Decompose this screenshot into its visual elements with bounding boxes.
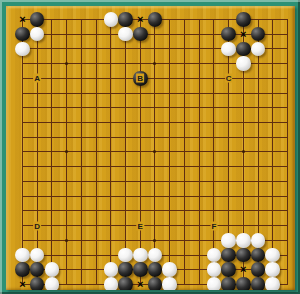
point-label-D: D <box>33 221 41 230</box>
x-mark: × <box>15 12 30 27</box>
black-stone <box>236 248 251 263</box>
black-stone <box>236 42 251 57</box>
black-stone <box>148 262 163 277</box>
white-stone <box>236 56 251 71</box>
black-stone <box>221 277 236 290</box>
white-stone <box>265 262 280 277</box>
black-stone <box>133 27 148 42</box>
white-stone <box>265 248 280 263</box>
white-stone <box>133 248 148 263</box>
x-mark: × <box>133 12 148 27</box>
x-mark: × <box>15 277 30 290</box>
black-stone <box>148 12 163 27</box>
x-mark: × <box>236 27 251 42</box>
white-stone <box>104 262 119 277</box>
white-stone <box>15 42 30 57</box>
black-stone <box>133 262 148 277</box>
black-stone <box>221 262 236 277</box>
white-stone <box>118 27 133 42</box>
black-stone <box>236 277 251 290</box>
go-app-window: { "game": "Go", "board": { "size": 19, "… <box>0 0 300 294</box>
white-stone <box>251 233 266 248</box>
black-stone <box>30 277 45 290</box>
hoshi-point <box>65 239 68 242</box>
x-mark: × <box>236 262 251 277</box>
black-stone <box>15 27 30 42</box>
white-stone <box>221 42 236 57</box>
white-stone <box>45 277 60 290</box>
black-stone <box>236 12 251 27</box>
white-stone <box>207 262 222 277</box>
x-mark: × <box>133 277 148 290</box>
white-stone <box>104 277 119 290</box>
black-stone <box>30 12 45 27</box>
point-label-A: A <box>33 74 41 83</box>
black-stone <box>221 248 236 263</box>
white-stone <box>162 262 177 277</box>
point-label-E: E <box>137 221 144 230</box>
white-stone <box>236 233 251 248</box>
white-stone <box>221 233 236 248</box>
black-stone <box>15 262 30 277</box>
white-stone <box>265 277 280 290</box>
white-stone <box>15 248 30 263</box>
black-stone <box>148 277 163 290</box>
white-stone <box>104 12 119 27</box>
black-stone <box>251 277 266 290</box>
white-stone <box>162 277 177 290</box>
black-stone <box>251 262 266 277</box>
go-board[interactable]: ××××××ABCDEF <box>6 6 295 290</box>
point-label-C: C <box>225 74 233 83</box>
white-stone <box>207 277 222 290</box>
point-label-F: F <box>210 221 217 230</box>
white-stone <box>45 262 60 277</box>
point-label-B: B <box>136 74 144 83</box>
black-stone <box>118 262 133 277</box>
black-stone <box>118 12 133 27</box>
black-stone <box>118 277 133 290</box>
white-stone <box>118 248 133 263</box>
